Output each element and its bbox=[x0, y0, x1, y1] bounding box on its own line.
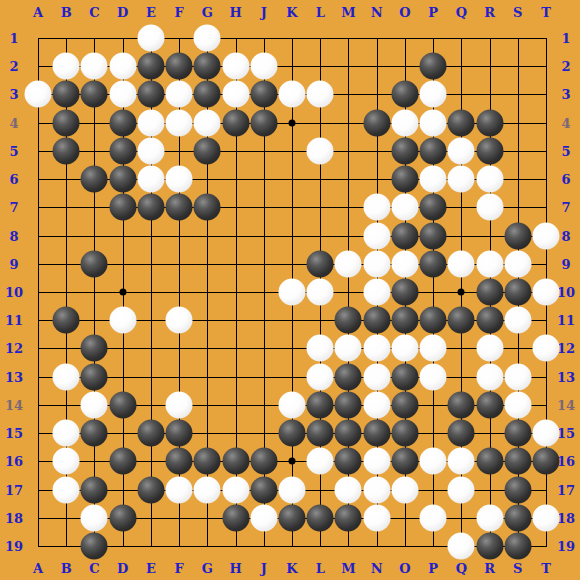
intersection-P1[interactable] bbox=[419, 24, 447, 52]
intersection-R19[interactable] bbox=[475, 532, 503, 560]
intersection-J1[interactable] bbox=[250, 24, 278, 52]
intersection-B10[interactable] bbox=[52, 278, 80, 306]
intersection-B11[interactable] bbox=[52, 306, 80, 334]
intersection-D17[interactable] bbox=[109, 475, 137, 503]
intersection-E13[interactable] bbox=[137, 363, 165, 391]
intersection-P10[interactable] bbox=[419, 278, 447, 306]
intersection-K8[interactable] bbox=[278, 221, 306, 249]
intersection-F6[interactable] bbox=[165, 165, 193, 193]
intersection-G10[interactable] bbox=[193, 278, 221, 306]
intersection-F15[interactable] bbox=[165, 419, 193, 447]
intersection-N16[interactable] bbox=[363, 447, 391, 475]
intersection-R2[interactable] bbox=[475, 52, 503, 80]
intersection-S19[interactable] bbox=[504, 532, 532, 560]
intersection-C1[interactable] bbox=[80, 24, 108, 52]
intersection-R10[interactable] bbox=[475, 278, 503, 306]
intersection-D1[interactable] bbox=[109, 24, 137, 52]
intersection-T13[interactable] bbox=[532, 363, 560, 391]
intersection-G17[interactable] bbox=[193, 475, 221, 503]
intersection-O11[interactable] bbox=[391, 306, 419, 334]
intersection-P6[interactable] bbox=[419, 165, 447, 193]
intersection-K10[interactable] bbox=[278, 278, 306, 306]
intersection-Q11[interactable] bbox=[447, 306, 475, 334]
intersection-N4[interactable] bbox=[363, 109, 391, 137]
intersection-A13[interactable] bbox=[24, 363, 52, 391]
intersection-M11[interactable] bbox=[334, 306, 362, 334]
intersection-E10[interactable] bbox=[137, 278, 165, 306]
intersection-O19[interactable] bbox=[391, 532, 419, 560]
intersection-J18[interactable] bbox=[250, 504, 278, 532]
intersection-C17[interactable] bbox=[80, 475, 108, 503]
intersection-P14[interactable] bbox=[419, 391, 447, 419]
intersection-E15[interactable] bbox=[137, 419, 165, 447]
intersection-R13[interactable] bbox=[475, 363, 503, 391]
intersection-M14[interactable] bbox=[334, 391, 362, 419]
intersection-D18[interactable] bbox=[109, 504, 137, 532]
intersection-M17[interactable] bbox=[334, 475, 362, 503]
intersection-C18[interactable] bbox=[80, 504, 108, 532]
intersection-O1[interactable] bbox=[391, 24, 419, 52]
intersection-D10[interactable] bbox=[109, 278, 137, 306]
intersection-M3[interactable] bbox=[334, 80, 362, 108]
intersection-F13[interactable] bbox=[165, 363, 193, 391]
intersection-T4[interactable] bbox=[532, 109, 560, 137]
intersection-J8[interactable] bbox=[250, 221, 278, 249]
intersection-P18[interactable] bbox=[419, 504, 447, 532]
intersection-E2[interactable] bbox=[137, 52, 165, 80]
intersection-T9[interactable] bbox=[532, 250, 560, 278]
intersection-C11[interactable] bbox=[80, 306, 108, 334]
intersection-P17[interactable] bbox=[419, 475, 447, 503]
intersection-F4[interactable] bbox=[165, 109, 193, 137]
intersection-O3[interactable] bbox=[391, 80, 419, 108]
intersection-B2[interactable] bbox=[52, 52, 80, 80]
intersection-E12[interactable] bbox=[137, 334, 165, 362]
intersection-K12[interactable] bbox=[278, 334, 306, 362]
intersection-B7[interactable] bbox=[52, 193, 80, 221]
intersection-F19[interactable] bbox=[165, 532, 193, 560]
intersection-O2[interactable] bbox=[391, 52, 419, 80]
intersection-R11[interactable] bbox=[475, 306, 503, 334]
intersection-S17[interactable] bbox=[504, 475, 532, 503]
intersection-A12[interactable] bbox=[24, 334, 52, 362]
intersection-D2[interactable] bbox=[109, 52, 137, 80]
intersection-P19[interactable] bbox=[419, 532, 447, 560]
intersection-L3[interactable] bbox=[306, 80, 334, 108]
intersection-A19[interactable] bbox=[24, 532, 52, 560]
intersection-Q3[interactable] bbox=[447, 80, 475, 108]
intersection-C9[interactable] bbox=[80, 250, 108, 278]
intersection-E5[interactable] bbox=[137, 137, 165, 165]
intersection-H7[interactable] bbox=[221, 193, 249, 221]
intersection-N8[interactable] bbox=[363, 221, 391, 249]
intersection-L17[interactable] bbox=[306, 475, 334, 503]
intersection-M6[interactable] bbox=[334, 165, 362, 193]
intersection-S3[interactable] bbox=[504, 80, 532, 108]
intersection-T6[interactable] bbox=[532, 165, 560, 193]
intersection-R3[interactable] bbox=[475, 80, 503, 108]
intersection-M4[interactable] bbox=[334, 109, 362, 137]
intersection-Q10[interactable] bbox=[447, 278, 475, 306]
intersection-N9[interactable] bbox=[363, 250, 391, 278]
intersection-P4[interactable] bbox=[419, 109, 447, 137]
intersection-H19[interactable] bbox=[221, 532, 249, 560]
intersection-N11[interactable] bbox=[363, 306, 391, 334]
intersection-J3[interactable] bbox=[250, 80, 278, 108]
intersection-A8[interactable] bbox=[24, 221, 52, 249]
intersection-L19[interactable] bbox=[306, 532, 334, 560]
intersection-D4[interactable] bbox=[109, 109, 137, 137]
intersection-H15[interactable] bbox=[221, 419, 249, 447]
intersection-L2[interactable] bbox=[306, 52, 334, 80]
intersection-G8[interactable] bbox=[193, 221, 221, 249]
intersection-O18[interactable] bbox=[391, 504, 419, 532]
intersection-B4[interactable] bbox=[52, 109, 80, 137]
intersection-T12[interactable] bbox=[532, 334, 560, 362]
intersection-F18[interactable] bbox=[165, 504, 193, 532]
intersection-S5[interactable] bbox=[504, 137, 532, 165]
intersection-F2[interactable] bbox=[165, 52, 193, 80]
intersection-H10[interactable] bbox=[221, 278, 249, 306]
intersection-Q15[interactable] bbox=[447, 419, 475, 447]
intersection-R17[interactable] bbox=[475, 475, 503, 503]
intersection-K9[interactable] bbox=[278, 250, 306, 278]
intersection-L8[interactable] bbox=[306, 221, 334, 249]
intersection-K16[interactable] bbox=[278, 447, 306, 475]
intersection-G11[interactable] bbox=[193, 306, 221, 334]
intersection-R1[interactable] bbox=[475, 24, 503, 52]
intersection-S4[interactable] bbox=[504, 109, 532, 137]
intersection-B1[interactable] bbox=[52, 24, 80, 52]
intersection-C2[interactable] bbox=[80, 52, 108, 80]
intersection-A3[interactable] bbox=[24, 80, 52, 108]
intersection-P13[interactable] bbox=[419, 363, 447, 391]
intersection-R7[interactable] bbox=[475, 193, 503, 221]
intersection-H11[interactable] bbox=[221, 306, 249, 334]
intersection-A2[interactable] bbox=[24, 52, 52, 80]
intersection-A11[interactable] bbox=[24, 306, 52, 334]
intersection-J17[interactable] bbox=[250, 475, 278, 503]
intersection-B17[interactable] bbox=[52, 475, 80, 503]
intersection-O16[interactable] bbox=[391, 447, 419, 475]
intersection-R9[interactable] bbox=[475, 250, 503, 278]
intersection-J14[interactable] bbox=[250, 391, 278, 419]
intersection-G1[interactable] bbox=[193, 24, 221, 52]
intersection-P3[interactable] bbox=[419, 80, 447, 108]
intersection-A17[interactable] bbox=[24, 475, 52, 503]
intersection-Q8[interactable] bbox=[447, 221, 475, 249]
intersection-K14[interactable] bbox=[278, 391, 306, 419]
intersection-T16[interactable] bbox=[532, 447, 560, 475]
intersection-E11[interactable] bbox=[137, 306, 165, 334]
intersection-O13[interactable] bbox=[391, 363, 419, 391]
intersection-F5[interactable] bbox=[165, 137, 193, 165]
intersection-S15[interactable] bbox=[504, 419, 532, 447]
intersection-G12[interactable] bbox=[193, 334, 221, 362]
intersection-D6[interactable] bbox=[109, 165, 137, 193]
intersection-N7[interactable] bbox=[363, 193, 391, 221]
intersection-F8[interactable] bbox=[165, 221, 193, 249]
intersection-G19[interactable] bbox=[193, 532, 221, 560]
intersection-C8[interactable] bbox=[80, 221, 108, 249]
intersection-K18[interactable] bbox=[278, 504, 306, 532]
intersection-L7[interactable] bbox=[306, 193, 334, 221]
intersection-J16[interactable] bbox=[250, 447, 278, 475]
intersection-C16[interactable] bbox=[80, 447, 108, 475]
intersection-H1[interactable] bbox=[221, 24, 249, 52]
intersection-M10[interactable] bbox=[334, 278, 362, 306]
intersection-F9[interactable] bbox=[165, 250, 193, 278]
intersection-M5[interactable] bbox=[334, 137, 362, 165]
intersection-L5[interactable] bbox=[306, 137, 334, 165]
intersection-E19[interactable] bbox=[137, 532, 165, 560]
intersection-D11[interactable] bbox=[109, 306, 137, 334]
intersection-G14[interactable] bbox=[193, 391, 221, 419]
intersection-O7[interactable] bbox=[391, 193, 419, 221]
intersection-E8[interactable] bbox=[137, 221, 165, 249]
intersection-R16[interactable] bbox=[475, 447, 503, 475]
intersection-H4[interactable] bbox=[221, 109, 249, 137]
intersection-C4[interactable] bbox=[80, 109, 108, 137]
intersection-P16[interactable] bbox=[419, 447, 447, 475]
intersection-O6[interactable] bbox=[391, 165, 419, 193]
intersection-C3[interactable] bbox=[80, 80, 108, 108]
intersection-K7[interactable] bbox=[278, 193, 306, 221]
intersection-S1[interactable] bbox=[504, 24, 532, 52]
intersection-M7[interactable] bbox=[334, 193, 362, 221]
intersection-S6[interactable] bbox=[504, 165, 532, 193]
intersection-B5[interactable] bbox=[52, 137, 80, 165]
intersection-L10[interactable] bbox=[306, 278, 334, 306]
intersection-M15[interactable] bbox=[334, 419, 362, 447]
intersection-G7[interactable] bbox=[193, 193, 221, 221]
intersection-J5[interactable] bbox=[250, 137, 278, 165]
intersection-N12[interactable] bbox=[363, 334, 391, 362]
intersection-J19[interactable] bbox=[250, 532, 278, 560]
intersection-N19[interactable] bbox=[363, 532, 391, 560]
intersection-S14[interactable] bbox=[504, 391, 532, 419]
intersection-E17[interactable] bbox=[137, 475, 165, 503]
intersection-K17[interactable] bbox=[278, 475, 306, 503]
intersection-O15[interactable] bbox=[391, 419, 419, 447]
intersection-F3[interactable] bbox=[165, 80, 193, 108]
intersection-T7[interactable] bbox=[532, 193, 560, 221]
intersection-A9[interactable] bbox=[24, 250, 52, 278]
intersection-G6[interactable] bbox=[193, 165, 221, 193]
intersection-E18[interactable] bbox=[137, 504, 165, 532]
intersection-D7[interactable] bbox=[109, 193, 137, 221]
intersection-F17[interactable] bbox=[165, 475, 193, 503]
intersection-R5[interactable] bbox=[475, 137, 503, 165]
intersection-P5[interactable] bbox=[419, 137, 447, 165]
intersection-B3[interactable] bbox=[52, 80, 80, 108]
intersection-Q14[interactable] bbox=[447, 391, 475, 419]
intersection-R18[interactable] bbox=[475, 504, 503, 532]
intersection-Q17[interactable] bbox=[447, 475, 475, 503]
intersection-T14[interactable] bbox=[532, 391, 560, 419]
intersection-T18[interactable] bbox=[532, 504, 560, 532]
intersection-S18[interactable] bbox=[504, 504, 532, 532]
intersection-D14[interactable] bbox=[109, 391, 137, 419]
intersection-D15[interactable] bbox=[109, 419, 137, 447]
intersection-J9[interactable] bbox=[250, 250, 278, 278]
intersection-A18[interactable] bbox=[24, 504, 52, 532]
intersection-Q12[interactable] bbox=[447, 334, 475, 362]
intersection-O10[interactable] bbox=[391, 278, 419, 306]
intersection-F10[interactable] bbox=[165, 278, 193, 306]
intersection-K19[interactable] bbox=[278, 532, 306, 560]
intersection-G18[interactable] bbox=[193, 504, 221, 532]
intersection-O17[interactable] bbox=[391, 475, 419, 503]
intersection-L9[interactable] bbox=[306, 250, 334, 278]
intersection-K6[interactable] bbox=[278, 165, 306, 193]
intersection-M18[interactable] bbox=[334, 504, 362, 532]
intersection-G4[interactable] bbox=[193, 109, 221, 137]
intersection-L12[interactable] bbox=[306, 334, 334, 362]
intersection-O9[interactable] bbox=[391, 250, 419, 278]
intersection-D5[interactable] bbox=[109, 137, 137, 165]
intersection-A16[interactable] bbox=[24, 447, 52, 475]
intersection-S11[interactable] bbox=[504, 306, 532, 334]
intersection-R8[interactable] bbox=[475, 221, 503, 249]
intersection-M12[interactable] bbox=[334, 334, 362, 362]
intersection-B14[interactable] bbox=[52, 391, 80, 419]
intersection-O4[interactable] bbox=[391, 109, 419, 137]
intersection-T3[interactable] bbox=[532, 80, 560, 108]
intersection-P9[interactable] bbox=[419, 250, 447, 278]
intersection-R15[interactable] bbox=[475, 419, 503, 447]
intersection-L1[interactable] bbox=[306, 24, 334, 52]
intersection-J10[interactable] bbox=[250, 278, 278, 306]
intersection-C6[interactable] bbox=[80, 165, 108, 193]
intersection-L14[interactable] bbox=[306, 391, 334, 419]
intersection-T11[interactable] bbox=[532, 306, 560, 334]
intersection-K4[interactable] bbox=[278, 109, 306, 137]
intersection-D19[interactable] bbox=[109, 532, 137, 560]
intersection-S10[interactable] bbox=[504, 278, 532, 306]
intersection-C7[interactable] bbox=[80, 193, 108, 221]
intersection-D8[interactable] bbox=[109, 221, 137, 249]
intersection-J13[interactable] bbox=[250, 363, 278, 391]
intersection-Q9[interactable] bbox=[447, 250, 475, 278]
intersection-M1[interactable] bbox=[334, 24, 362, 52]
intersection-N1[interactable] bbox=[363, 24, 391, 52]
intersection-P8[interactable] bbox=[419, 221, 447, 249]
intersection-L4[interactable] bbox=[306, 109, 334, 137]
intersection-M8[interactable] bbox=[334, 221, 362, 249]
intersection-B15[interactable] bbox=[52, 419, 80, 447]
intersection-J7[interactable] bbox=[250, 193, 278, 221]
intersection-C5[interactable] bbox=[80, 137, 108, 165]
intersection-N14[interactable] bbox=[363, 391, 391, 419]
intersection-O8[interactable] bbox=[391, 221, 419, 249]
intersection-A5[interactable] bbox=[24, 137, 52, 165]
intersection-R12[interactable] bbox=[475, 334, 503, 362]
intersection-E16[interactable] bbox=[137, 447, 165, 475]
intersection-P15[interactable] bbox=[419, 419, 447, 447]
intersection-N17[interactable] bbox=[363, 475, 391, 503]
intersection-N5[interactable] bbox=[363, 137, 391, 165]
intersection-Q19[interactable] bbox=[447, 532, 475, 560]
intersection-M9[interactable] bbox=[334, 250, 362, 278]
intersection-A6[interactable] bbox=[24, 165, 52, 193]
intersection-C19[interactable] bbox=[80, 532, 108, 560]
intersection-G2[interactable] bbox=[193, 52, 221, 80]
intersection-K3[interactable] bbox=[278, 80, 306, 108]
intersection-S8[interactable] bbox=[504, 221, 532, 249]
intersection-J12[interactable] bbox=[250, 334, 278, 362]
intersection-E6[interactable] bbox=[137, 165, 165, 193]
intersection-B6[interactable] bbox=[52, 165, 80, 193]
intersection-C13[interactable] bbox=[80, 363, 108, 391]
intersection-M2[interactable] bbox=[334, 52, 362, 80]
intersection-O14[interactable] bbox=[391, 391, 419, 419]
intersection-T17[interactable] bbox=[532, 475, 560, 503]
intersection-H3[interactable] bbox=[221, 80, 249, 108]
intersection-J4[interactable] bbox=[250, 109, 278, 137]
intersection-B16[interactable] bbox=[52, 447, 80, 475]
intersection-B8[interactable] bbox=[52, 221, 80, 249]
intersection-A10[interactable] bbox=[24, 278, 52, 306]
intersection-H8[interactable] bbox=[221, 221, 249, 249]
intersection-J2[interactable] bbox=[250, 52, 278, 80]
intersection-Q4[interactable] bbox=[447, 109, 475, 137]
intersection-H17[interactable] bbox=[221, 475, 249, 503]
intersection-T5[interactable] bbox=[532, 137, 560, 165]
intersection-T8[interactable] bbox=[532, 221, 560, 249]
intersection-S2[interactable] bbox=[504, 52, 532, 80]
intersection-G16[interactable] bbox=[193, 447, 221, 475]
intersection-D9[interactable] bbox=[109, 250, 137, 278]
intersection-E9[interactable] bbox=[137, 250, 165, 278]
intersection-B19[interactable] bbox=[52, 532, 80, 560]
intersection-A14[interactable] bbox=[24, 391, 52, 419]
intersection-R6[interactable] bbox=[475, 165, 503, 193]
intersection-B18[interactable] bbox=[52, 504, 80, 532]
intersection-Q1[interactable] bbox=[447, 24, 475, 52]
intersection-N18[interactable] bbox=[363, 504, 391, 532]
intersection-T15[interactable] bbox=[532, 419, 560, 447]
intersection-H5[interactable] bbox=[221, 137, 249, 165]
intersection-O5[interactable] bbox=[391, 137, 419, 165]
intersection-T2[interactable] bbox=[532, 52, 560, 80]
intersection-B12[interactable] bbox=[52, 334, 80, 362]
intersection-N13[interactable] bbox=[363, 363, 391, 391]
intersection-K2[interactable] bbox=[278, 52, 306, 80]
intersection-T10[interactable] bbox=[532, 278, 560, 306]
intersection-A7[interactable] bbox=[24, 193, 52, 221]
intersection-F12[interactable] bbox=[165, 334, 193, 362]
intersection-H12[interactable] bbox=[221, 334, 249, 362]
intersection-S9[interactable] bbox=[504, 250, 532, 278]
intersection-E14[interactable] bbox=[137, 391, 165, 419]
intersection-D13[interactable] bbox=[109, 363, 137, 391]
intersection-L13[interactable] bbox=[306, 363, 334, 391]
intersection-E4[interactable] bbox=[137, 109, 165, 137]
intersection-D12[interactable] bbox=[109, 334, 137, 362]
intersection-K15[interactable] bbox=[278, 419, 306, 447]
intersection-N10[interactable] bbox=[363, 278, 391, 306]
intersection-F11[interactable] bbox=[165, 306, 193, 334]
intersection-N2[interactable] bbox=[363, 52, 391, 80]
intersection-H9[interactable] bbox=[221, 250, 249, 278]
intersection-F16[interactable] bbox=[165, 447, 193, 475]
intersection-H18[interactable] bbox=[221, 504, 249, 532]
intersection-B13[interactable] bbox=[52, 363, 80, 391]
intersection-T1[interactable] bbox=[532, 24, 560, 52]
intersection-M16[interactable] bbox=[334, 447, 362, 475]
intersection-D3[interactable] bbox=[109, 80, 137, 108]
